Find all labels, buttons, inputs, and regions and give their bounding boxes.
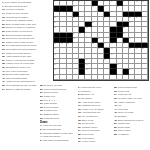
clue-item: 12. Hardly ever, to bards bbox=[78, 108, 112, 111]
clue-number: 44. bbox=[114, 108, 117, 111]
crossword-page: 1. Lively dance at a wedding7. Seeded lo… bbox=[0, 0, 150, 150]
clue-number: 17. bbox=[2, 19, 5, 22]
cell-number: 34 bbox=[79, 33, 81, 35]
grid-cell[interactable] bbox=[142, 75, 148, 80]
clue-item: 61. Cast a ballot bbox=[40, 102, 76, 105]
clue-number: 64. bbox=[40, 113, 43, 116]
cell-number: 9 bbox=[129, 1, 130, 3]
clue-number: 22. bbox=[2, 26, 5, 29]
clue-number: 62. bbox=[40, 106, 43, 109]
clue-column-across-left: 1. Lively dance at a wedding7. Seeded lo… bbox=[2, 1, 39, 149]
cell-number: 18 bbox=[67, 11, 69, 13]
cell-number: 36 bbox=[73, 38, 75, 40]
cell-number: 44 bbox=[104, 43, 106, 45]
clue-number: 14. bbox=[2, 12, 5, 15]
clue-item: 19. Tie the knot bbox=[78, 122, 112, 125]
clue-item: 26. Coal bucket bbox=[78, 136, 112, 139]
clue-item: 37. Where a lion sleeps at night bbox=[2, 59, 39, 62]
clue-number: 52. bbox=[114, 126, 117, 129]
cell-number: 64 bbox=[54, 75, 56, 77]
cell-number: 45 bbox=[111, 43, 113, 45]
cell-number: 63 bbox=[129, 69, 131, 71]
cell-number: 14 bbox=[104, 6, 106, 8]
clue-item: 57. Donkey's bray bbox=[40, 91, 76, 94]
clue-item: 29. Snug and warm hideaway bbox=[2, 33, 39, 36]
clue-number: 37. bbox=[2, 59, 5, 62]
clue-number: 26. bbox=[78, 136, 81, 139]
clue-item: 23. Rose politely to one's feet bbox=[2, 30, 39, 33]
clue-number: 45. bbox=[114, 111, 117, 114]
clue-number: 59. bbox=[40, 95, 43, 98]
cell-number: 37 bbox=[98, 38, 100, 40]
clue-number: 19. bbox=[78, 122, 81, 125]
clue-number: 6. bbox=[78, 86, 80, 89]
cell-number: 31 bbox=[86, 27, 88, 29]
cell-number: 58 bbox=[54, 64, 56, 66]
clue-number: 29. bbox=[2, 33, 5, 36]
clue-item: 11. Pastrami purveyor bbox=[78, 104, 112, 107]
cell-number: 47 bbox=[54, 48, 56, 50]
clue-number: 28. bbox=[114, 86, 117, 89]
clue-item: 52. Single thing bbox=[114, 126, 149, 129]
cell-number: 54 bbox=[111, 54, 113, 56]
cell-number: 20 bbox=[98, 11, 100, 13]
cell-number: 13 bbox=[92, 6, 94, 8]
clue-item: 13. Hunt high and low bbox=[78, 111, 112, 114]
cell-number: 40 bbox=[54, 43, 56, 45]
clue-item: 7. Seeded loaf at the deli bbox=[2, 5, 39, 8]
cell-number: 61 bbox=[54, 69, 56, 71]
clue-item: 54. Stat for a starting pitcher bbox=[2, 87, 39, 90]
down-header: Down bbox=[40, 120, 76, 123]
clue-number: 16. bbox=[78, 115, 81, 118]
cell-number: 43 bbox=[92, 43, 94, 45]
clue-item: 42. Bluefin at the sushi bar bbox=[2, 73, 39, 76]
clue-number: 25. bbox=[78, 133, 81, 136]
clue-item: 22. Smaller in degree or amount bbox=[2, 26, 39, 29]
clue-number: 23. bbox=[2, 30, 5, 33]
cell-number: 38 bbox=[117, 38, 119, 40]
clue-number: 48. bbox=[114, 118, 117, 121]
cell-number: 42 bbox=[67, 43, 69, 45]
clue-number: 32. bbox=[2, 44, 5, 47]
clue-number: 57. bbox=[40, 91, 43, 94]
clue-number: 31. bbox=[2, 41, 5, 44]
clue-item: 41. Like a well-kept room bbox=[2, 69, 39, 72]
cell-number: 46 bbox=[123, 43, 125, 45]
clue-number: 40. bbox=[114, 100, 117, 103]
cell-number: 33 bbox=[73, 33, 75, 35]
clue-item: 65. Mess-hall meal bbox=[40, 116, 76, 119]
clue-item: 56. Wheel-connecting rod bbox=[40, 88, 76, 91]
cell-number: 2 bbox=[73, 1, 74, 3]
clue-number: 56. bbox=[40, 88, 43, 91]
cell-number: 56 bbox=[86, 59, 88, 61]
clue-number: 53. bbox=[114, 129, 117, 132]
clue-number: 55. bbox=[40, 84, 43, 87]
clue-column-down-right: 28. Wide-brimmed hat33. Picnic pest34. F… bbox=[114, 86, 149, 149]
cell-number: 57 bbox=[104, 59, 106, 61]
cell-number: 50 bbox=[129, 48, 131, 50]
clue-item: 9. Like tartare bbox=[78, 97, 112, 100]
clue-number: 65. bbox=[40, 116, 43, 119]
clue-number: 33. bbox=[114, 90, 117, 93]
clue-number: 10. bbox=[78, 100, 81, 103]
clue-item: 10. Arctic dome home bbox=[78, 100, 112, 103]
clue-item: 27. Horne of jazz bbox=[78, 140, 112, 143]
clue-number: 8. bbox=[78, 93, 80, 96]
clue-number: 36. bbox=[114, 97, 117, 100]
cell-number: 32 bbox=[123, 27, 125, 29]
clue-item: 5. First name in scat singing bbox=[40, 139, 76, 142]
clue-item: 18. Story's end bbox=[78, 118, 112, 121]
clue-item: 31. Catch a wave at the beach bbox=[2, 41, 39, 44]
cell-number: 48 bbox=[98, 48, 100, 50]
clue-number: 10. bbox=[2, 8, 5, 11]
clue-number: 63. bbox=[40, 109, 43, 112]
clue-item: 4. Facts and figures bbox=[40, 135, 76, 138]
clue-item: 43. Fib bbox=[114, 104, 149, 107]
clue-number: 24. bbox=[78, 129, 81, 132]
clue-number: 12. bbox=[78, 108, 81, 111]
clue-number: 34. bbox=[2, 51, 5, 54]
clue-number: 30. bbox=[2, 37, 5, 40]
clue-number: 18. bbox=[78, 118, 81, 121]
clue-item: 39. Showstopper at the Met bbox=[2, 66, 39, 69]
clue-number: 20. bbox=[2, 23, 5, 26]
clue-item: 28. Wide-brimmed hat bbox=[114, 86, 149, 89]
clue-item: 2. Did a parrot's trick bbox=[40, 128, 76, 131]
clue-item: 16. Cry of discovery bbox=[78, 115, 112, 118]
clue-number: 35. bbox=[2, 55, 5, 58]
clue-number: 2. bbox=[40, 128, 42, 131]
clue-item: 48. Small support for a driver bbox=[114, 118, 149, 121]
clue-item: 32. Tree that grows from an acorn bbox=[2, 44, 39, 47]
clue-number: 34. bbox=[114, 93, 117, 96]
cell-number: 3 bbox=[79, 1, 80, 3]
clue-item: 33. Picnic pest bbox=[114, 90, 149, 93]
cell-number: 22 bbox=[54, 17, 56, 19]
clue-number: 15. bbox=[2, 15, 5, 18]
clue-number: 50. bbox=[2, 84, 5, 87]
clue-item: 59. Mighty tree bbox=[40, 95, 76, 98]
cell-number: 10 bbox=[136, 1, 138, 3]
cell-number: 1 bbox=[54, 1, 55, 3]
clue-number: 7. bbox=[78, 90, 80, 93]
cell-number: 17 bbox=[61, 11, 63, 13]
cell-number: 30 bbox=[54, 27, 56, 29]
clue-number: 3. bbox=[40, 131, 42, 134]
clue-number: 47. bbox=[114, 115, 117, 118]
clue-item: 35. Adds candles to the cake bbox=[2, 55, 39, 58]
clue-item: 34. From way off bbox=[114, 93, 149, 96]
cell-number: 53 bbox=[54, 54, 56, 56]
cell-number: 5 bbox=[98, 1, 99, 3]
clue-item: 33. Quiet home for quiet brothers bbox=[2, 48, 39, 51]
cell-number: 15 bbox=[117, 6, 119, 8]
cell-number: 26 bbox=[136, 17, 138, 19]
clue-number: 21. bbox=[78, 126, 81, 129]
cell-number: 49 bbox=[111, 48, 113, 50]
clue-number: 1. bbox=[2, 1, 4, 4]
clue-number: 58. bbox=[114, 133, 117, 136]
cell-number: 19 bbox=[79, 11, 81, 13]
clue-item: 58. In addition bbox=[114, 133, 149, 136]
cell-number: 7 bbox=[111, 1, 112, 3]
crossword-grid[interactable]: 1234567891011121314151617181920212223242… bbox=[53, 0, 149, 81]
cell-number: 8 bbox=[123, 1, 124, 3]
clue-item: 8. Ballpoint, e.g. bbox=[78, 93, 112, 96]
clue-item: 55. Send out, as light bbox=[40, 84, 76, 87]
clue-item: 10. Pout like a toddler bbox=[2, 8, 39, 11]
clue-item: 25. Miner's find bbox=[78, 133, 112, 136]
cell-number: 35 bbox=[123, 33, 125, 35]
cell-number: 60 bbox=[117, 64, 119, 66]
cell-number: 16 bbox=[54, 11, 56, 13]
clue-item: 30. Traveled by Greyhound, say bbox=[2, 37, 39, 40]
clue-item: 24. Mud lover's home bbox=[78, 129, 112, 132]
clue-item: 14. Ready to pick, as fruit bbox=[2, 12, 39, 15]
clue-item: 50. River through the City of Light bbox=[2, 84, 39, 87]
cell-number: 6 bbox=[104, 1, 105, 3]
clue-item: 46. Gas in glowing signs bbox=[2, 76, 39, 79]
cell-number: 41 bbox=[61, 43, 63, 45]
clue-item: 17. Land of the Caspian shore bbox=[2, 19, 39, 22]
cell-number: 23 bbox=[73, 17, 75, 19]
clue-item: 15. Long stretch of history bbox=[2, 15, 39, 18]
clue-item: 64. Stadium shout bbox=[40, 113, 76, 116]
clue-item: 1. Lively dance at a wedding bbox=[2, 1, 39, 4]
cell-number: 27 bbox=[54, 22, 56, 24]
clue-column-across-end-and-down-start: 55. Send out, as light56. Wheel-connecti… bbox=[40, 84, 76, 149]
clue-number: 1. bbox=[40, 124, 42, 127]
clue-number: 27. bbox=[78, 140, 81, 143]
clue-item: 34. Range seen from Zurich bbox=[2, 51, 39, 54]
clue-item: 21. Mansion annex bbox=[78, 126, 112, 129]
clue-item: 3. Morning moisture on the lawn bbox=[40, 131, 76, 134]
clue-number: 49. bbox=[2, 80, 5, 83]
clue-number: 33. bbox=[2, 48, 5, 51]
clue-item: 6. Fresh from the oven bbox=[78, 86, 112, 89]
clue-number: 51. bbox=[114, 122, 117, 125]
clue-number: 7. bbox=[2, 5, 4, 8]
clue-number: 54. bbox=[2, 87, 5, 90]
cell-number: 51 bbox=[136, 48, 138, 50]
clue-item: 38. Hairpin curve on a cliff road bbox=[2, 62, 39, 65]
clue-item: 40. History chapters bbox=[114, 100, 149, 103]
clue-column-down-middle: 6. Fresh from the oven7. Wanderer8. Ball… bbox=[78, 86, 112, 149]
clue-number: 39. bbox=[2, 66, 5, 69]
clue-number: 46. bbox=[2, 76, 5, 79]
clue-number: 38. bbox=[2, 62, 5, 65]
clue-item: 1. Filled out, as a sail bbox=[40, 124, 76, 127]
clue-number: 42. bbox=[2, 73, 5, 76]
clue-item: 63. Glowing coal bbox=[40, 109, 76, 112]
cell-number: 25 bbox=[129, 17, 131, 19]
cell-number: 39 bbox=[129, 38, 131, 40]
clue-number: 5. bbox=[40, 139, 42, 142]
clue-number: 60. bbox=[40, 98, 43, 101]
clue-item: 60. Like 2, 4, 6 ... bbox=[40, 98, 76, 101]
clue-item: 20. Body of water high in the hills bbox=[2, 23, 39, 26]
cell-number: 4 bbox=[86, 1, 87, 3]
clue-number: 13. bbox=[78, 111, 81, 114]
cell-number: 59 bbox=[86, 64, 88, 66]
cell-number: 12 bbox=[73, 6, 75, 8]
clue-item: 53. Took a chair bbox=[114, 129, 149, 132]
clue-number: 61. bbox=[40, 102, 43, 105]
clue-item: 62. Dueler's blade bbox=[40, 106, 76, 109]
clue-item: 45. Open, to Keats bbox=[114, 111, 149, 114]
cell-number: 11 bbox=[142, 1, 144, 3]
clue-number: 4. bbox=[40, 135, 42, 138]
cell-number: 55 bbox=[54, 59, 56, 61]
clue-number: 11. bbox=[78, 104, 81, 107]
cell-number: 62 bbox=[86, 69, 88, 71]
cell-number: 24 bbox=[104, 17, 106, 19]
clue-item: 51. Garden tool bbox=[114, 122, 149, 125]
clue-number: 43. bbox=[114, 104, 117, 107]
cell-number: 21 bbox=[111, 11, 113, 13]
clue-item: 36. Grecian vessel of verse bbox=[114, 97, 149, 100]
clue-item: 49. Vessel for the morning brew bbox=[2, 80, 39, 83]
clue-item: 7. Wanderer bbox=[78, 90, 112, 93]
clue-item: 47. Smidgen bbox=[114, 115, 149, 118]
clue-number: 41. bbox=[2, 69, 5, 72]
cell-number: 29 bbox=[129, 22, 131, 24]
clue-item: 44. Much ado bbox=[114, 108, 149, 111]
clue-number: 9. bbox=[78, 97, 80, 100]
cell-number: 52 bbox=[142, 48, 144, 50]
cell-number: 28 bbox=[92, 22, 94, 24]
